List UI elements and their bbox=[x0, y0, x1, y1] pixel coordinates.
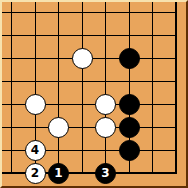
grid-line-vertical bbox=[152, 2, 153, 174]
grid-line-vertical bbox=[58, 2, 59, 174]
stone-black bbox=[119, 48, 140, 69]
stone-white bbox=[95, 117, 116, 138]
stone-white bbox=[72, 48, 93, 69]
stone-black-move-1: 1 bbox=[48, 163, 69, 184]
grid-line-vertical bbox=[11, 2, 12, 174]
stone-black bbox=[119, 140, 140, 161]
grid-line-horizontal bbox=[2, 35, 177, 36]
stone-black bbox=[119, 94, 140, 115]
grid-line-horizontal bbox=[2, 127, 177, 128]
grid-line-vertical bbox=[105, 2, 106, 174]
stone-white bbox=[48, 117, 69, 138]
go-board-diagram[interactable]: 4213 bbox=[0, 0, 188, 188]
stone-black-move-3: 3 bbox=[95, 163, 116, 184]
grid-line-horizontal bbox=[2, 81, 177, 82]
grid-line-vertical bbox=[175, 2, 177, 174]
stone-white bbox=[25, 94, 46, 115]
grid-line-vertical bbox=[82, 2, 83, 174]
stone-white-move-2: 2 bbox=[25, 163, 46, 184]
grid-line-horizontal bbox=[2, 12, 177, 13]
stone-white bbox=[95, 94, 116, 115]
go-board-surface: 4213 bbox=[2, 2, 186, 186]
stone-white-move-4: 4 bbox=[25, 140, 46, 161]
stone-black bbox=[119, 117, 140, 138]
